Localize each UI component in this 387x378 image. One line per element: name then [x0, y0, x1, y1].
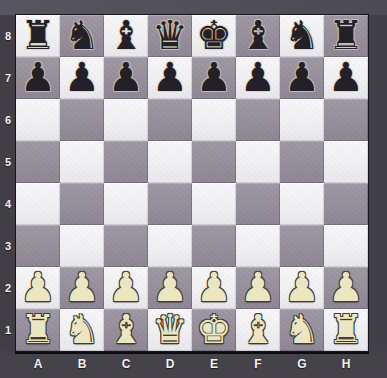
square-d7[interactable]: ♟: [148, 57, 192, 99]
square-d1[interactable]: ♛: [148, 309, 192, 351]
square-g4[interactable]: [280, 183, 324, 225]
file-label-f: F: [236, 357, 280, 373]
square-c1[interactable]: ♝: [104, 309, 148, 351]
square-g6[interactable]: [280, 99, 324, 141]
square-f3[interactable]: [236, 225, 280, 267]
piece-black-pawn[interactable]: ♟: [64, 57, 100, 97]
piece-white-pawn[interactable]: ♟: [64, 267, 100, 307]
piece-white-pawn[interactable]: ♟: [20, 267, 56, 307]
square-h5[interactable]: [324, 141, 368, 183]
piece-black-pawn[interactable]: ♟: [20, 57, 56, 97]
piece-white-pawn[interactable]: ♟: [108, 267, 144, 307]
square-e3[interactable]: [192, 225, 236, 267]
square-b8[interactable]: ♞: [60, 15, 104, 57]
square-a7[interactable]: ♟: [16, 57, 60, 99]
square-c7[interactable]: ♟: [104, 57, 148, 99]
square-c6[interactable]: [104, 99, 148, 141]
square-b1[interactable]: ♞: [60, 309, 104, 351]
square-h6[interactable]: [324, 99, 368, 141]
square-e7[interactable]: ♟: [192, 57, 236, 99]
square-b2[interactable]: ♟: [60, 267, 104, 309]
square-d8[interactable]: ♛: [148, 15, 192, 57]
piece-white-rook[interactable]: ♜: [328, 309, 364, 349]
rank-label-6: 6: [0, 99, 16, 141]
rank-label-5: 5: [0, 141, 16, 183]
piece-white-bishop[interactable]: ♝: [240, 309, 276, 349]
file-label-e: E: [192, 357, 236, 373]
square-c8[interactable]: ♝: [104, 15, 148, 57]
square-b4[interactable]: [60, 183, 104, 225]
square-e1[interactable]: ♚: [192, 309, 236, 351]
square-f5[interactable]: [236, 141, 280, 183]
square-a1[interactable]: ♜: [16, 309, 60, 351]
chess-app-window: ♜♞♝♛♚♝♞♜♟♟♟♟♟♟♟♟♟♟♟♟♟♟♟♟♜♞♝♛♚♝♞♜ 8765432…: [0, 0, 387, 378]
square-h7[interactable]: ♟: [324, 57, 368, 99]
file-label-d: D: [148, 357, 192, 373]
square-h2[interactable]: ♟: [324, 267, 368, 309]
square-c5[interactable]: [104, 141, 148, 183]
piece-black-queen[interactable]: ♛: [152, 15, 188, 55]
square-b7[interactable]: ♟: [60, 57, 104, 99]
piece-white-knight[interactable]: ♞: [64, 309, 100, 349]
square-g5[interactable]: [280, 141, 324, 183]
piece-white-pawn[interactable]: ♟: [240, 267, 276, 307]
square-h3[interactable]: [324, 225, 368, 267]
square-e2[interactable]: ♟: [192, 267, 236, 309]
square-h4[interactable]: [324, 183, 368, 225]
piece-black-pawn[interactable]: ♟: [152, 57, 188, 97]
square-a2[interactable]: ♟: [16, 267, 60, 309]
square-e8[interactable]: ♚: [192, 15, 236, 57]
piece-black-knight[interactable]: ♞: [284, 15, 320, 55]
square-d6[interactable]: [148, 99, 192, 141]
square-g1[interactable]: ♞: [280, 309, 324, 351]
square-f1[interactable]: ♝: [236, 309, 280, 351]
square-b6[interactable]: [60, 99, 104, 141]
square-a5[interactable]: [16, 141, 60, 183]
chess-board: ♜♞♝♛♚♝♞♜♟♟♟♟♟♟♟♟♟♟♟♟♟♟♟♟♜♞♝♛♚♝♞♜: [16, 15, 368, 351]
file-label-g: G: [280, 357, 324, 373]
board-frame-right: [368, 15, 387, 378]
piece-black-pawn[interactable]: ♟: [196, 57, 232, 97]
square-g7[interactable]: ♟: [280, 57, 324, 99]
piece-black-pawn[interactable]: ♟: [240, 57, 276, 97]
square-h8[interactable]: ♜: [324, 15, 368, 57]
square-a4[interactable]: [16, 183, 60, 225]
piece-black-pawn[interactable]: ♟: [108, 57, 144, 97]
piece-white-pawn[interactable]: ♟: [196, 267, 232, 307]
piece-white-queen[interactable]: ♛: [152, 309, 188, 349]
piece-white-pawn[interactable]: ♟: [328, 267, 364, 307]
square-c3[interactable]: [104, 225, 148, 267]
file-label-b: B: [60, 357, 104, 373]
square-f6[interactable]: [236, 99, 280, 141]
piece-black-rook[interactable]: ♜: [328, 15, 364, 55]
square-d5[interactable]: [148, 141, 192, 183]
square-a6[interactable]: [16, 99, 60, 141]
square-c2[interactable]: ♟: [104, 267, 148, 309]
square-h1[interactable]: ♜: [324, 309, 368, 351]
piece-black-pawn[interactable]: ♟: [284, 57, 320, 97]
square-b5[interactable]: [60, 141, 104, 183]
square-e4[interactable]: [192, 183, 236, 225]
file-label-c: C: [104, 357, 148, 373]
piece-black-pawn[interactable]: ♟: [328, 57, 364, 97]
rank-label-8: 8: [0, 15, 16, 57]
piece-white-bishop[interactable]: ♝: [108, 309, 144, 349]
square-b3[interactable]: [60, 225, 104, 267]
piece-white-pawn[interactable]: ♟: [152, 267, 188, 307]
rank-label-3: 3: [0, 225, 16, 267]
file-label-a: A: [16, 357, 60, 373]
square-f7[interactable]: ♟: [236, 57, 280, 99]
file-label-h: H: [324, 357, 368, 373]
piece-white-king[interactable]: ♚: [196, 309, 232, 349]
square-a8[interactable]: ♜: [16, 15, 60, 57]
piece-white-pawn[interactable]: ♟: [284, 267, 320, 307]
square-d3[interactable]: [148, 225, 192, 267]
rank-label-2: 2: [0, 267, 16, 309]
rank-label-1: 1: [0, 309, 16, 351]
square-f2[interactable]: ♟: [236, 267, 280, 309]
square-c4[interactable]: [104, 183, 148, 225]
square-e6[interactable]: [192, 99, 236, 141]
square-d2[interactable]: ♟: [148, 267, 192, 309]
window-top-strip: [0, 0, 387, 15]
rank-label-4: 4: [0, 183, 16, 225]
piece-black-king[interactable]: ♚: [196, 15, 232, 55]
square-f4[interactable]: [236, 183, 280, 225]
rank-label-7: 7: [0, 57, 16, 99]
square-d4[interactable]: [148, 183, 192, 225]
square-a3[interactable]: [16, 225, 60, 267]
square-g3[interactable]: [280, 225, 324, 267]
square-f8[interactable]: ♝: [236, 15, 280, 57]
square-e5[interactable]: [192, 141, 236, 183]
square-g8[interactable]: ♞: [280, 15, 324, 57]
piece-white-knight[interactable]: ♞: [284, 309, 320, 349]
square-g2[interactable]: ♟: [280, 267, 324, 309]
piece-black-knight[interactable]: ♞: [64, 15, 100, 55]
piece-white-rook[interactable]: ♜: [20, 309, 56, 349]
piece-black-bishop[interactable]: ♝: [240, 15, 276, 55]
piece-black-rook[interactable]: ♜: [20, 15, 56, 55]
piece-black-bishop[interactable]: ♝: [108, 15, 144, 55]
